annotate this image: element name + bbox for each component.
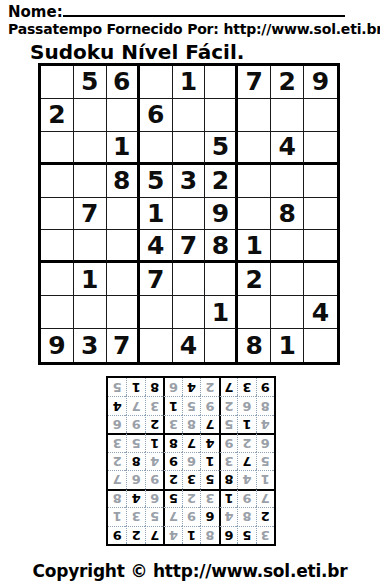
solution-cell-r2c4: 6 — [200, 507, 218, 525]
cell-r6c1[interactable] — [41, 230, 74, 263]
solution-cell-r5c9: 2 — [108, 452, 126, 470]
solution-cell-r8c1: 8 — [256, 396, 274, 414]
cell-r6c9[interactable] — [304, 230, 337, 263]
solution-cell-r2c3: 4 — [219, 507, 237, 525]
solution-cell-r5c8: 8 — [126, 452, 144, 470]
solution-cell-r6c6: 8 — [163, 433, 181, 451]
solution-cell-r3c1: 7 — [256, 489, 274, 507]
solution-cell-r8c5: 5 — [182, 396, 200, 414]
solution-cell-r4c8: 6 — [126, 470, 144, 488]
cell-r3c2[interactable] — [74, 132, 107, 165]
cell-r3c6: 5 — [205, 132, 238, 165]
solution-cell-r4c1: 1 — [256, 470, 274, 488]
solution-cell-r7c8: 9 — [126, 415, 144, 433]
solution-cell-r6c8: 5 — [126, 433, 144, 451]
solution-cell-r9c9: 5 — [108, 378, 126, 396]
solution-cell-r5c7: 4 — [145, 452, 163, 470]
cell-r2c5[interactable] — [173, 99, 206, 132]
cell-r8c6: 1 — [205, 296, 238, 329]
cell-r1c5: 1 — [173, 66, 206, 99]
cell-r5c3[interactable] — [107, 198, 140, 231]
cell-r9c8: 1 — [271, 329, 304, 362]
solution-cell-r8c6: 1 — [163, 396, 181, 414]
solution-cell-r2c7: 5 — [145, 507, 163, 525]
solution-cell-r2c9: 1 — [108, 507, 126, 525]
cell-r4c4: 5 — [140, 165, 173, 198]
cell-r7c1[interactable] — [41, 263, 74, 296]
cell-r2c3[interactable] — [107, 99, 140, 132]
solution-cell-r9c5: 4 — [182, 378, 200, 396]
solution-cell-r1c6: 4 — [163, 526, 181, 544]
cell-r9c5: 4 — [173, 329, 206, 362]
solution-cell-r4c7: 9 — [145, 470, 163, 488]
cell-r1c3: 6 — [107, 66, 140, 99]
solution-cell-r9c6: 6 — [163, 378, 181, 396]
solution-grid-upside-down: 3568147292846975317913256481485329675731… — [106, 376, 276, 546]
cell-r4c9[interactable] — [304, 165, 337, 198]
cell-r6c4: 4 — [140, 230, 173, 263]
solution-cell-r1c8: 2 — [126, 526, 144, 544]
solution-cell-r8c3: 2 — [219, 396, 237, 414]
cell-r9c3: 7 — [107, 329, 140, 362]
solution-cell-r7c4: 7 — [200, 415, 218, 433]
cell-r9c9[interactable] — [304, 329, 337, 362]
printable-sudoku-page: Nome: Passatempo Fornecido Por: http://w… — [0, 0, 380, 585]
solution-cell-r7c9: 6 — [108, 415, 126, 433]
solution-cell-r3c5: 2 — [182, 489, 200, 507]
cell-r6c7: 1 — [238, 230, 271, 263]
cell-r8c8[interactable] — [271, 296, 304, 329]
solution-cell-r2c6: 7 — [163, 507, 181, 525]
cell-r3c8: 4 — [271, 132, 304, 165]
cell-r9c2: 3 — [74, 329, 107, 362]
solution-cell-r7c3: 5 — [219, 415, 237, 433]
cell-r7c3[interactable] — [107, 263, 140, 296]
cell-r2c4: 6 — [140, 99, 173, 132]
solution-cell-r4c3: 8 — [219, 470, 237, 488]
solution-cell-r2c1: 2 — [256, 507, 274, 525]
solution-cell-r4c6: 2 — [163, 470, 181, 488]
solution-cell-r6c3: 9 — [219, 433, 237, 451]
cell-r6c2[interactable] — [74, 230, 107, 263]
page-title: Sudoku Nível Fácil. — [30, 40, 244, 64]
cell-r7c5[interactable] — [173, 263, 206, 296]
solution-cell-r3c6: 5 — [163, 489, 181, 507]
cell-r5c2: 7 — [74, 198, 107, 231]
cell-r9c1: 9 — [41, 329, 74, 362]
solution-cell-r1c4: 8 — [200, 526, 218, 544]
cell-r1c1[interactable] — [41, 66, 74, 99]
solution-cell-r9c1: 9 — [256, 378, 274, 396]
solution-cell-r3c7: 6 — [145, 489, 163, 507]
solution-cell-r7c2: 1 — [237, 415, 255, 433]
solution-cell-r1c7: 7 — [145, 526, 163, 544]
cell-r4c6: 2 — [205, 165, 238, 198]
name-label-row: Nome: — [8, 3, 348, 21]
cell-r1c9: 9 — [304, 66, 337, 99]
solution-cell-r6c9: 3 — [108, 433, 126, 451]
cell-r5c4: 1 — [140, 198, 173, 231]
cell-r2c1: 2 — [41, 99, 74, 132]
solution-cell-r2c8: 3 — [126, 507, 144, 525]
cell-r3c4[interactable] — [140, 132, 173, 165]
cell-r2c9[interactable] — [304, 99, 337, 132]
name-label: Nome: — [8, 3, 63, 21]
cell-r8c2[interactable] — [74, 296, 107, 329]
cell-r1c8: 2 — [271, 66, 304, 99]
solution-cell-r2c5: 9 — [182, 507, 200, 525]
solution-cell-r6c1: 6 — [256, 433, 274, 451]
cell-r4c5: 3 — [173, 165, 206, 198]
solution-cell-r3c8: 4 — [126, 489, 144, 507]
cell-r5c9[interactable] — [304, 198, 337, 231]
solution-cell-r2c2: 8 — [237, 507, 255, 525]
cell-r9c6[interactable] — [205, 329, 238, 362]
solution-cell-r3c9: 8 — [108, 489, 126, 507]
cell-r4c2[interactable] — [74, 165, 107, 198]
solution-cell-r6c7: 1 — [145, 433, 163, 451]
solution-cell-r4c4: 5 — [200, 470, 218, 488]
solution-cell-r7c6: 3 — [163, 415, 181, 433]
solution-cell-r3c2: 9 — [237, 489, 255, 507]
cell-r7c9[interactable] — [304, 263, 337, 296]
cell-r6c8[interactable] — [271, 230, 304, 263]
cell-r8c3[interactable] — [107, 296, 140, 329]
solution-cell-r7c1: 4 — [256, 415, 274, 433]
solution-cell-r3c4: 3 — [200, 489, 218, 507]
cell-r4c7[interactable] — [238, 165, 271, 198]
solution-cell-r8c7: 3 — [145, 396, 163, 414]
cell-r1c2: 5 — [74, 66, 107, 99]
solution-cell-r9c3: 7 — [219, 378, 237, 396]
cell-r6c3[interactable] — [107, 230, 140, 263]
cell-r7c8[interactable] — [271, 263, 304, 296]
copyright-text: Copyright © http://www.sol.eti.br — [0, 561, 380, 581]
solution-cell-r6c5: 7 — [182, 433, 200, 451]
solution-cell-r4c2: 4 — [237, 470, 255, 488]
cell-r4c1[interactable] — [41, 165, 74, 198]
solution-cell-r9c7: 8 — [145, 378, 163, 396]
solution-cell-r5c2: 7 — [237, 452, 255, 470]
cell-r8c7[interactable] — [238, 296, 271, 329]
solution-cell-r6c4: 4 — [200, 433, 218, 451]
cell-r1c7: 7 — [238, 66, 271, 99]
solution-cell-r3c3: 1 — [219, 489, 237, 507]
cell-r3c3: 1 — [107, 132, 140, 165]
cell-r5c5[interactable] — [173, 198, 206, 231]
cell-r5c7[interactable] — [238, 198, 271, 231]
solution-cell-r1c1: 3 — [256, 526, 274, 544]
sudoku-grid: 5617292615485327198478117214937481 — [38, 63, 340, 365]
cell-r7c7: 2 — [238, 263, 271, 296]
cell-r3c5[interactable] — [173, 132, 206, 165]
cell-r7c4: 7 — [140, 263, 173, 296]
solution-cell-r6c2: 2 — [237, 433, 255, 451]
solution-cell-r1c9: 9 — [108, 526, 126, 544]
cell-r3c1[interactable] — [41, 132, 74, 165]
cell-r5c6: 9 — [205, 198, 238, 231]
cell-r8c5[interactable] — [173, 296, 206, 329]
cell-r5c1[interactable] — [41, 198, 74, 231]
cell-r2c8[interactable] — [271, 99, 304, 132]
provided-by-text: Passatempo Fornecido Por: http://www.sol… — [8, 21, 380, 37]
solution-cell-r7c5: 8 — [182, 415, 200, 433]
solution-cell-r1c2: 5 — [237, 526, 255, 544]
solution-cell-r8c2: 6 — [237, 396, 255, 414]
cell-r5c8: 8 — [271, 198, 304, 231]
solution-cell-r9c8: 1 — [126, 378, 144, 396]
solution-cell-r4c9: 7 — [108, 470, 126, 488]
cell-r9c7: 8 — [238, 329, 271, 362]
cell-r3c7[interactable] — [238, 132, 271, 165]
solution-cell-r9c2: 3 — [237, 378, 255, 396]
solution-cell-r1c5: 1 — [182, 526, 200, 544]
cell-r1c4[interactable] — [140, 66, 173, 99]
solution-cell-r5c3: 3 — [219, 452, 237, 470]
cell-r4c3: 8 — [107, 165, 140, 198]
cell-r7c6[interactable] — [205, 263, 238, 296]
cell-r8c9: 4 — [304, 296, 337, 329]
cell-r6c5: 7 — [173, 230, 206, 263]
cell-r1c6[interactable] — [205, 66, 238, 99]
cell-r3c9[interactable] — [304, 132, 337, 165]
solution-cell-r7c7: 2 — [145, 415, 163, 433]
solution-cell-r5c6: 9 — [163, 452, 181, 470]
solution-cell-r8c4: 9 — [200, 396, 218, 414]
cell-r2c2[interactable] — [74, 99, 107, 132]
solution-cell-r1c3: 6 — [219, 526, 237, 544]
cell-r9c4[interactable] — [140, 329, 173, 362]
cell-r2c7[interactable] — [238, 99, 271, 132]
solution-cell-r9c4: 2 — [200, 378, 218, 396]
solution-cell-r8c8: 7 — [126, 396, 144, 414]
cell-r2c6[interactable] — [205, 99, 238, 132]
solution-cell-r8c9: 4 — [108, 396, 126, 414]
cell-r8c1[interactable] — [41, 296, 74, 329]
cell-r4c8[interactable] — [271, 165, 304, 198]
solution-cell-r5c1: 5 — [256, 452, 274, 470]
cell-r8c4[interactable] — [140, 296, 173, 329]
cell-r7c2: 1 — [74, 263, 107, 296]
cell-r6c6: 8 — [205, 230, 238, 263]
solution-cell-r5c4: 1 — [200, 452, 218, 470]
solution-cell-r4c5: 3 — [182, 470, 200, 488]
name-blank-line — [63, 3, 345, 17]
solution-cell-r5c5: 6 — [182, 452, 200, 470]
